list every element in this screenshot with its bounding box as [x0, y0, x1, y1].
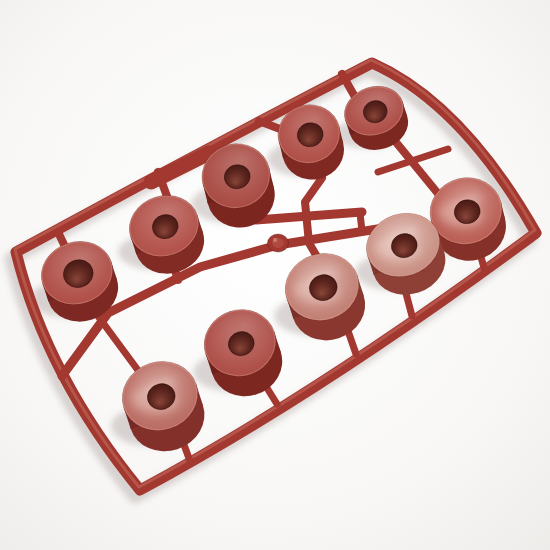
injection-boss	[268, 234, 289, 252]
runner-bridge	[360, 213, 362, 231]
sprue-photo	[0, 0, 550, 550]
boss-highlight	[273, 238, 277, 242]
